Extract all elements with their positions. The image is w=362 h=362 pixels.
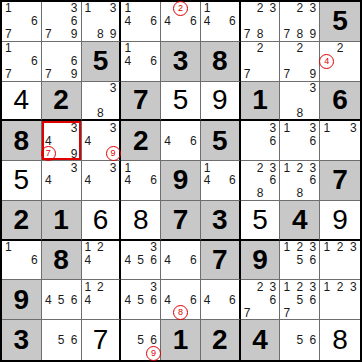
candidate-3: 3 — [306, 241, 319, 254]
candidate-7: 7 — [2, 28, 15, 41]
given-digit: 5 — [320, 2, 360, 41]
candidate-2: 2 — [293, 42, 306, 55]
candidate-grid: 146 — [121, 42, 160, 81]
given-digit: 4 — [280, 201, 319, 239]
cell-r5c2[interactable]: 34 — [42, 161, 82, 201]
candidate-4: 4 — [42, 174, 55, 187]
candidate-9: 9 — [306, 68, 319, 81]
cell-r8c1[interactable]: 9 — [2, 280, 42, 320]
cell-r7c6[interactable]: 7 — [201, 241, 241, 281]
candidate-3: 3 — [267, 161, 280, 174]
candidate-grid: 146 — [201, 2, 239, 41]
candidate-3: 3 — [107, 161, 120, 174]
candidate-1: 1 — [2, 241, 15, 254]
solved-digit: 4 — [2, 82, 41, 120]
given-digit: 2 — [121, 121, 160, 160]
cell-r8c9[interactable]: 123 — [320, 280, 360, 320]
candidate-grid: 569 — [121, 320, 160, 360]
candidate-3: 3 — [306, 82, 319, 95]
candidate-2: 2 — [333, 280, 346, 293]
cell-r4c8[interactable]: 136 — [280, 121, 320, 161]
candidate-grid: 456 — [42, 280, 81, 319]
cell-r6c8[interactable]: 4 — [280, 201, 320, 241]
candidate-grid: 124 — [82, 280, 120, 319]
candidate-1: 1 — [82, 2, 95, 15]
given-digit: 9 — [2, 280, 41, 319]
cell-r4c4[interactable]: 2 — [121, 121, 161, 161]
candidate-grid: 46 — [161, 121, 200, 160]
candidate-grid: 123 — [320, 241, 360, 280]
candidate-4: 4 — [121, 293, 134, 306]
cell-r1c6[interactable]: 146 — [201, 2, 241, 42]
given-digit: 9 — [161, 161, 200, 200]
candidate-4: 4 — [42, 293, 55, 306]
circled-candidate-9: 9 — [106, 146, 121, 161]
candidate-6: 6 — [68, 333, 81, 346]
given-digit: 3 — [201, 201, 239, 239]
candidate-7: 7 — [42, 68, 55, 81]
candidate-2: 2 — [293, 161, 306, 174]
candidate-3: 3 — [347, 280, 360, 293]
candidate-2: 2 — [293, 2, 306, 15]
candidate-3: 3 — [306, 2, 319, 15]
cell-r7c5[interactable]: 46 — [161, 241, 201, 281]
candidate-6: 6 — [267, 134, 280, 147]
candidate-1: 1 — [82, 241, 95, 254]
cell-r8c5[interactable]: 468 — [161, 280, 201, 320]
candidate-4: 4 — [82, 174, 95, 187]
sudoku-board: 1673679138914624614623782378951676795146… — [0, 0, 362, 362]
cell-r6c2[interactable]: 1 — [42, 201, 82, 241]
candidate-grid: 12356 — [280, 241, 319, 280]
candidate-9: 9 — [68, 68, 81, 81]
candidate-1: 1 — [280, 121, 293, 134]
candidate-4: 4 — [82, 293, 95, 306]
candidate-grid: 56 — [42, 320, 81, 360]
candidate-1: 1 — [280, 241, 293, 254]
candidate-6: 6 — [187, 15, 200, 28]
circled-candidate-9: 9 — [146, 346, 161, 361]
candidate-1: 1 — [320, 280, 333, 293]
cell-r1c2[interactable]: 3679 — [42, 2, 82, 42]
candidate-1: 1 — [82, 280, 95, 293]
solved-digit: 5 — [241, 201, 280, 239]
candidate-3: 3 — [147, 280, 160, 293]
cell-r3c9[interactable]: 6 — [320, 82, 360, 122]
candidate-5: 5 — [293, 254, 306, 267]
cell-r6c1[interactable]: 2 — [2, 201, 42, 241]
candidate-9: 9 — [306, 28, 319, 41]
candidate-grid: 2378 — [241, 2, 280, 41]
cell-r5c1[interactable]: 5 — [2, 161, 42, 201]
candidate-3: 3 — [107, 121, 120, 134]
cell-r4c7[interactable]: 36 — [241, 121, 281, 161]
given-digit: 3 — [2, 320, 41, 360]
candidate-8: 8 — [293, 107, 306, 120]
candidate-grid: 246 — [161, 2, 200, 41]
cell-r4c3[interactable]: 349 — [82, 121, 122, 161]
candidate-8: 8 — [94, 107, 107, 120]
candidate-grid: 1389 — [82, 2, 120, 41]
cell-r7c1[interactable]: 16 — [2, 241, 42, 281]
candidate-6: 6 — [147, 333, 160, 346]
candidate-4: 4 — [201, 174, 214, 187]
candidate-9: 9 — [107, 28, 120, 41]
candidate-grid: 38 — [280, 82, 319, 120]
candidate-6: 6 — [28, 15, 41, 28]
given-digit: 8 — [42, 241, 81, 280]
cell-r6c3[interactable]: 6 — [82, 201, 122, 241]
candidate-4: 4 — [161, 254, 174, 267]
cell-r9c2[interactable]: 56 — [42, 320, 82, 360]
cell-r9c6[interactable]: 2 — [201, 320, 241, 360]
candidate-6: 6 — [226, 174, 239, 187]
cell-r8c4[interactable]: 3456 — [121, 280, 161, 320]
candidate-8: 8 — [254, 28, 267, 41]
candidate-5: 5 — [55, 333, 68, 346]
candidate-grid: 3679 — [42, 2, 81, 41]
candidate-1: 1 — [121, 42, 134, 55]
candidate-4: 4 — [161, 134, 174, 147]
cell-r1c5[interactable]: 246 — [161, 2, 201, 42]
candidate-8: 8 — [94, 28, 107, 41]
cell-r1c8[interactable]: 23789 — [280, 2, 320, 42]
candidate-6: 6 — [68, 15, 81, 28]
candidate-7: 7 — [241, 68, 254, 81]
given-digit: 8 — [201, 42, 239, 81]
candidate-1: 1 — [201, 161, 214, 174]
candidate-grid: 136 — [280, 121, 319, 160]
circled-candidate-2: 2 — [173, 1, 188, 16]
cell-r5c8[interactable]: 12368 — [280, 161, 320, 201]
cell-r4c5[interactable]: 46 — [161, 121, 201, 161]
given-digit: 7 — [121, 82, 160, 120]
candidate-2: 2 — [254, 280, 267, 293]
candidate-6: 6 — [28, 55, 41, 68]
candidate-grid: 12368 — [280, 161, 319, 200]
cell-r2c8[interactable]: 279 — [280, 42, 320, 82]
candidate-3: 3 — [267, 121, 280, 134]
cell-r3c2[interactable]: 2 — [42, 82, 82, 122]
solved-digit: 5 — [161, 82, 200, 120]
candidate-2: 2 — [254, 42, 267, 55]
candidate-6: 6 — [147, 55, 160, 68]
candidate-4: 4 — [121, 254, 134, 267]
given-digit: 8 — [2, 121, 41, 160]
given-digit: 1 — [42, 201, 81, 239]
cell-r8c7[interactable]: 2367 — [241, 280, 281, 320]
candidate-5: 5 — [134, 333, 147, 346]
candidate-1: 1 — [320, 121, 333, 134]
cell-r3c1[interactable]: 4 — [2, 82, 42, 122]
candidate-1: 1 — [2, 42, 15, 55]
cell-r8c2[interactable]: 456 — [42, 280, 82, 320]
cell-r9c9[interactable]: 8 — [320, 320, 360, 360]
candidate-8: 8 — [254, 187, 267, 200]
given-digit: 1 — [241, 82, 280, 120]
candidate-4: 4 — [161, 293, 174, 306]
candidate-8: 8 — [293, 28, 306, 41]
candidate-4: 4 — [82, 254, 95, 267]
cell-r5c3[interactable]: 34 — [82, 161, 122, 201]
candidate-grid: 46 — [161, 241, 200, 280]
cell-r9c1[interactable]: 3 — [2, 320, 42, 360]
solved-digit: 8 — [121, 201, 160, 239]
cell-r4c2[interactable]: 3479 — [42, 121, 82, 161]
candidate-grid: 27 — [241, 42, 280, 81]
candidate-2: 2 — [254, 161, 267, 174]
cell-r7c9[interactable]: 123 — [320, 241, 360, 281]
cell-r1c1[interactable]: 167 — [2, 2, 42, 42]
candidate-3: 3 — [68, 161, 81, 174]
candidate-4: 4 — [201, 293, 214, 306]
candidate-grid: 34 — [42, 161, 81, 200]
candidate-2: 2 — [333, 42, 346, 55]
cell-r4c1[interactable]: 8 — [2, 121, 42, 161]
cell-r9c5[interactable]: 1 — [161, 320, 201, 360]
candidate-3: 3 — [68, 121, 81, 134]
candidate-grid: 3479 — [42, 121, 81, 160]
candidate-grid: 123567 — [280, 280, 319, 319]
candidate-grid: 34 — [82, 161, 120, 200]
candidate-5: 5 — [55, 293, 68, 306]
cell-r4c9[interactable]: 13 — [320, 121, 360, 161]
cell-r3c4[interactable]: 7 — [121, 82, 161, 122]
cell-r3c7[interactable]: 1 — [241, 82, 281, 122]
candidate-grid: 36 — [241, 121, 280, 160]
candidate-7: 7 — [241, 306, 254, 319]
cell-r4c6[interactable]: 5 — [201, 121, 241, 161]
cell-r9c8[interactable]: 56 — [280, 320, 320, 360]
candidate-3: 3 — [107, 82, 120, 95]
candidate-6: 6 — [187, 134, 200, 147]
candidate-1: 1 — [280, 161, 293, 174]
candidate-2: 2 — [94, 241, 107, 254]
candidate-2: 2 — [293, 241, 306, 254]
candidate-6: 6 — [147, 15, 160, 28]
cell-r7c7[interactable]: 9 — [241, 241, 281, 281]
candidate-2: 2 — [254, 2, 267, 15]
candidate-grid: 679 — [42, 42, 81, 81]
cell-r5c5[interactable]: 9 — [161, 161, 201, 201]
candidate-grid: 123 — [320, 280, 360, 319]
given-digit: 6 — [320, 82, 360, 120]
candidate-6: 6 — [147, 174, 160, 187]
candidate-grid: 3456 — [121, 241, 160, 280]
solved-digit: 7 — [82, 320, 120, 360]
cell-r1c9[interactable]: 5 — [320, 2, 360, 42]
candidate-grid: 146 — [201, 161, 239, 200]
candidate-2: 2 — [333, 241, 346, 254]
cell-r7c2[interactable]: 8 — [42, 241, 82, 281]
solved-digit: 9 — [201, 82, 239, 120]
candidate-1: 1 — [121, 161, 134, 174]
given-digit: 3 — [161, 42, 200, 81]
cell-r7c4[interactable]: 3456 — [121, 241, 161, 281]
cell-r5c7[interactable]: 2368 — [241, 161, 281, 201]
candidate-grid: 167 — [2, 2, 41, 41]
candidate-grid: 56 — [280, 320, 319, 360]
given-digit: 1 — [161, 320, 200, 360]
cell-r7c3[interactable]: 124 — [82, 241, 122, 281]
candidate-6: 6 — [147, 293, 160, 306]
candidate-5: 5 — [293, 333, 306, 346]
candidate-grid: 146 — [121, 2, 160, 41]
candidate-grid: 468 — [161, 280, 200, 319]
candidate-4: 4 — [201, 15, 214, 28]
cell-r3c3[interactable]: 38 — [82, 82, 122, 122]
candidate-3: 3 — [267, 280, 280, 293]
candidate-6: 6 — [306, 174, 319, 187]
candidate-7: 7 — [2, 68, 15, 81]
candidate-3: 3 — [306, 280, 319, 293]
cell-r3c6[interactable]: 9 — [201, 82, 241, 122]
cell-r9c7[interactable]: 4 — [241, 320, 281, 360]
candidate-6: 6 — [68, 293, 81, 306]
candidate-3: 3 — [306, 161, 319, 174]
candidate-6: 6 — [147, 254, 160, 267]
candidate-7: 7 — [241, 28, 254, 41]
candidate-2: 2 — [293, 280, 306, 293]
cell-r8c8[interactable]: 123567 — [280, 280, 320, 320]
candidate-3: 3 — [107, 2, 120, 15]
given-digit: 5 — [201, 121, 239, 160]
cell-r6c7[interactable]: 5 — [241, 201, 281, 241]
candidate-1: 1 — [280, 280, 293, 293]
given-digit: 7 — [320, 161, 360, 200]
solved-digit: 9 — [320, 201, 360, 239]
cell-r2c3[interactable]: 5 — [82, 42, 122, 82]
given-digit: 7 — [201, 241, 239, 280]
cell-r8c3[interactable]: 124 — [82, 280, 122, 320]
given-digit: 5 — [82, 42, 120, 81]
candidate-grid: 16 — [2, 241, 41, 280]
cell-r5c6[interactable]: 146 — [201, 161, 241, 201]
circled-candidate-7: 7 — [41, 146, 56, 161]
given-digit: 9 — [241, 241, 280, 280]
cell-r9c3[interactable]: 7 — [82, 320, 122, 360]
candidate-6: 6 — [306, 293, 319, 306]
cell-r2c6[interactable]: 8 — [201, 42, 241, 82]
cell-r2c9[interactable]: 24 — [320, 42, 360, 82]
circled-candidate-8: 8 — [173, 305, 188, 320]
cell-r6c4[interactable]: 8 — [121, 201, 161, 241]
candidate-7: 7 — [280, 28, 293, 41]
candidate-grid: 167 — [2, 42, 41, 81]
cell-r1c3[interactable]: 1389 — [82, 2, 122, 42]
cell-r2c7[interactable]: 27 — [241, 42, 281, 82]
candidate-3: 3 — [347, 121, 360, 134]
solved-digit: 8 — [320, 320, 360, 360]
cell-r3c5[interactable]: 5 — [161, 82, 201, 122]
candidate-6: 6 — [226, 15, 239, 28]
candidate-4: 4 — [121, 15, 134, 28]
candidate-5: 5 — [134, 293, 147, 306]
cell-r5c9[interactable]: 7 — [320, 161, 360, 201]
solved-digit: 6 — [82, 201, 120, 239]
candidate-4: 4 — [82, 134, 95, 147]
candidate-6: 6 — [267, 293, 280, 306]
candidate-3: 3 — [68, 2, 81, 15]
candidate-6: 6 — [187, 293, 200, 306]
candidate-7: 7 — [280, 306, 293, 319]
cell-r6c9[interactable]: 9 — [320, 201, 360, 241]
given-digit: 2 — [42, 82, 81, 120]
candidate-9: 9 — [68, 28, 81, 41]
candidate-3: 3 — [147, 241, 160, 254]
cell-r5c4[interactable]: 146 — [121, 161, 161, 201]
cell-r3c8[interactable]: 38 — [280, 82, 320, 122]
candidate-9: 9 — [68, 147, 81, 160]
cell-r1c7[interactable]: 2378 — [241, 2, 281, 42]
candidate-6: 6 — [267, 174, 280, 187]
candidate-grid: 24 — [320, 42, 360, 81]
cell-r2c2[interactable]: 679 — [42, 42, 82, 82]
candidate-6: 6 — [28, 254, 41, 267]
given-digit: 2 — [201, 320, 239, 360]
candidate-6: 6 — [187, 254, 200, 267]
cell-r2c1[interactable]: 167 — [2, 42, 42, 82]
given-digit: 7 — [161, 201, 200, 239]
candidate-grid: 279 — [280, 42, 319, 81]
candidate-6: 6 — [306, 254, 319, 267]
candidate-4: 4 — [121, 55, 134, 68]
cell-r6c5[interactable]: 7 — [161, 201, 201, 241]
cell-r6c6[interactable]: 3 — [201, 201, 241, 241]
candidate-1: 1 — [201, 2, 214, 15]
candidate-grid: 349 — [82, 121, 120, 160]
cell-r1c4[interactable]: 146 — [121, 2, 161, 42]
candidate-1: 1 — [320, 241, 333, 254]
candidate-5: 5 — [293, 293, 306, 306]
candidate-grid: 38 — [82, 82, 120, 120]
circled-candidate-4: 4 — [319, 54, 334, 69]
cell-r2c5[interactable]: 3 — [161, 42, 201, 82]
candidate-6: 6 — [306, 134, 319, 147]
candidate-3: 3 — [347, 241, 360, 254]
candidate-6: 6 — [306, 333, 319, 346]
candidate-grid: 13 — [320, 121, 360, 160]
solved-digit: 5 — [2, 161, 41, 200]
candidate-grid: 2368 — [241, 161, 280, 200]
candidate-4: 4 — [121, 174, 134, 187]
given-digit: 2 — [2, 201, 41, 239]
cell-r9c4[interactable]: 569 — [121, 320, 161, 360]
candidate-6: 6 — [68, 55, 81, 68]
candidate-4: 4 — [161, 15, 174, 28]
candidate-7: 7 — [280, 68, 293, 81]
candidate-7: 7 — [42, 28, 55, 41]
candidate-2: 2 — [94, 280, 107, 293]
candidate-grid: 3456 — [121, 280, 160, 319]
candidate-grid: 2367 — [241, 280, 280, 319]
cell-r8c6[interactable]: 46 — [201, 280, 241, 320]
cell-r2c4[interactable]: 146 — [121, 42, 161, 82]
cell-r7c8[interactable]: 12356 — [280, 241, 320, 281]
candidate-3: 3 — [306, 121, 319, 134]
candidate-grid: 124 — [82, 241, 120, 280]
candidate-grid: 23789 — [280, 2, 319, 41]
candidate-8: 8 — [293, 187, 306, 200]
candidate-6: 6 — [226, 293, 239, 306]
given-digit: 4 — [241, 320, 280, 360]
candidate-1: 1 — [2, 2, 15, 15]
candidate-grid: 146 — [121, 161, 160, 200]
candidate-3: 3 — [267, 2, 280, 15]
candidate-grid: 46 — [201, 280, 239, 319]
candidate-1: 1 — [121, 2, 134, 15]
candidate-5: 5 — [134, 254, 147, 267]
